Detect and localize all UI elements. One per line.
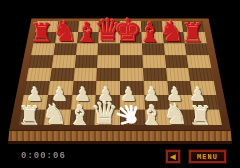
piece-white-bishop-c1[interactable]: ♝ (68, 102, 92, 129)
piece-white-knight-g1[interactable]: ♞ (163, 101, 188, 129)
piece-white-pawn-e2[interactable]: ♟ (120, 85, 137, 104)
piece-red-knight-b8[interactable]: ♞ (52, 18, 77, 46)
menu-button[interactable]: MENU (189, 150, 226, 163)
square-b4[interactable] (50, 68, 75, 81)
square-c5[interactable] (74, 55, 97, 68)
piece-white-knight-b1[interactable]: ♞ (42, 101, 67, 129)
piece-red-rook-h8[interactable]: ♜ (181, 20, 204, 46)
square-g4[interactable] (166, 68, 191, 81)
square-b5[interactable] (52, 55, 76, 68)
piece-white-queen-d1[interactable]: ♛ (91, 98, 119, 129)
square-d5[interactable] (97, 55, 120, 68)
back-button[interactable]: ◀ (166, 150, 180, 163)
square-c4[interactable] (73, 68, 97, 81)
square-e4[interactable] (120, 68, 143, 81)
piece-white-bishop-f1[interactable]: ♝ (140, 102, 164, 129)
hand-cursor (116, 105, 141, 125)
left-arrow-icon: ◀ (170, 153, 175, 160)
game-screen: ♜♞♝♛♚♝♞♜♟♟♟♟♟♟♟♟♜♞♝♛♝♞♜ 0:00:06 ◀ MENU (0, 0, 240, 168)
piece-white-rook-h1[interactable]: ♜ (189, 103, 212, 129)
square-d4[interactable] (97, 68, 120, 81)
menu-button-label: MENU (197, 153, 218, 161)
square-a5[interactable] (29, 55, 54, 68)
piece-white-rook-a1[interactable]: ♜ (18, 103, 41, 129)
board-front-edge (8, 130, 232, 144)
square-g5[interactable] (164, 55, 188, 68)
square-f4[interactable] (143, 68, 167, 81)
square-a4[interactable] (26, 68, 51, 81)
game-clock: 0:00:06 (21, 151, 66, 161)
piece-red-rook-a8[interactable]: ♜ (30, 20, 53, 46)
square-h5[interactable] (187, 55, 212, 68)
square-f5[interactable] (142, 55, 165, 68)
square-h4[interactable] (188, 68, 213, 81)
square-e5[interactable] (120, 55, 143, 68)
